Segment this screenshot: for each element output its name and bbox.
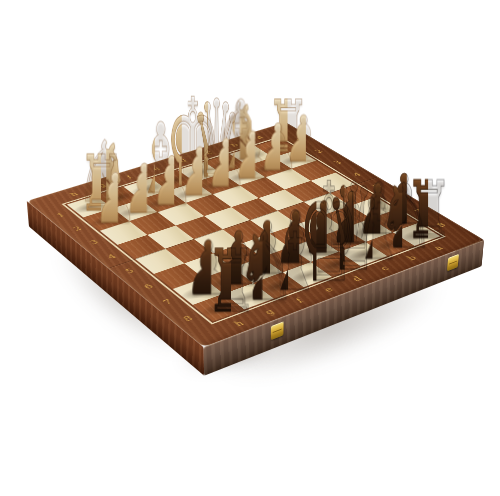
brass-latch-icon xyxy=(271,321,284,340)
brass-latch-icon xyxy=(447,254,459,272)
product-photo-scene: hgfedcba hgfedcba 12345678 12345678 ♜♞♝♚… xyxy=(0,0,500,496)
